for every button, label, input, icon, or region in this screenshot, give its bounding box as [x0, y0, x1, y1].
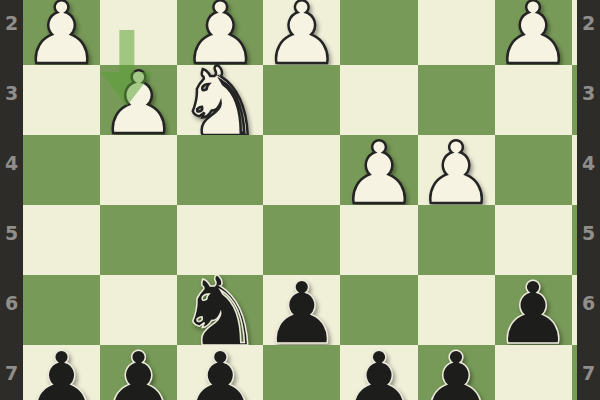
square-b4[interactable] [495, 135, 572, 205]
square-e3[interactable] [263, 65, 340, 135]
white-pawn-d4[interactable]: ♟ [340, 130, 417, 216]
square-f7[interactable]: ♟ [177, 345, 263, 400]
black-pawn-e6[interactable]: ♟ [263, 270, 340, 356]
square-h7[interactable]: ♟ [23, 345, 100, 400]
square-e6[interactable]: ♟ [263, 275, 340, 345]
black-pawn-g7[interactable]: ♟ [100, 340, 177, 400]
rank-coordinate-bar-left: 234567 [0, 0, 23, 400]
rank-label-3: 3 [0, 84, 23, 103]
rank-coordinate-bar-right: 234567 [577, 0, 600, 400]
square-b3[interactable] [495, 65, 572, 135]
rank-label-7: 7 [0, 364, 23, 383]
square-g5[interactable] [100, 205, 177, 275]
chess-board-screenshot: ♟♟♟♟♟♟♞♟♟♞♟♟♟♟♟♟♟♟ 234567 234567 [0, 0, 600, 400]
rank-label-4: 4 [577, 154, 600, 173]
rank-label-6: 6 [577, 294, 600, 313]
square-c4[interactable]: ♟ [418, 135, 495, 205]
rank-label-2: 2 [0, 14, 23, 33]
square-h4[interactable] [23, 135, 100, 205]
rank-label-5: 5 [577, 224, 600, 243]
chess-board: ♟♟♟♟♟♟♞♟♟♞♟♟♟♟♟♟♟♟ [23, 0, 577, 400]
rank-label-3: 3 [577, 84, 600, 103]
square-g7[interactable]: ♟ [100, 345, 177, 400]
square-g4[interactable] [100, 135, 177, 205]
square-e2[interactable]: ♟ [263, 0, 340, 65]
square-e4[interactable] [263, 135, 340, 205]
black-pawn-d7[interactable]: ♟ [340, 340, 417, 400]
square-c7[interactable]: ♟ [418, 345, 495, 400]
white-pawn-c4[interactable]: ♟ [418, 130, 495, 216]
square-c2[interactable] [418, 0, 495, 65]
square-d5[interactable] [340, 205, 417, 275]
square-b2[interactable]: ♟ [495, 0, 572, 65]
square-g3[interactable]: ♟ [100, 65, 177, 135]
black-pawn-c7[interactable]: ♟ [418, 340, 495, 400]
black-pawn-h7[interactable]: ♟ [23, 340, 100, 400]
square-b7[interactable] [495, 345, 572, 400]
square-b6[interactable]: ♟ [495, 275, 572, 345]
square-e7[interactable] [263, 345, 340, 400]
square-d4[interactable]: ♟ [340, 135, 417, 205]
rank-label-6: 6 [0, 294, 23, 313]
square-h5[interactable] [23, 205, 100, 275]
rank-label-4: 4 [0, 154, 23, 173]
white-pawn-g3[interactable]: ♟ [100, 60, 177, 146]
square-h3[interactable] [23, 65, 100, 135]
black-pawn-f7[interactable]: ♟ [182, 340, 259, 400]
square-h2[interactable]: ♟ [23, 0, 100, 65]
rank-label-7: 7 [577, 364, 600, 383]
square-c5[interactable] [418, 205, 495, 275]
square-f3[interactable]: ♞ [177, 65, 263, 135]
square-d7[interactable]: ♟ [340, 345, 417, 400]
black-pawn-b6[interactable]: ♟ [495, 270, 572, 356]
rank-label-5: 5 [0, 224, 23, 243]
square-f4[interactable] [177, 135, 263, 205]
square-d2[interactable] [340, 0, 417, 65]
rank-label-2: 2 [577, 14, 600, 33]
